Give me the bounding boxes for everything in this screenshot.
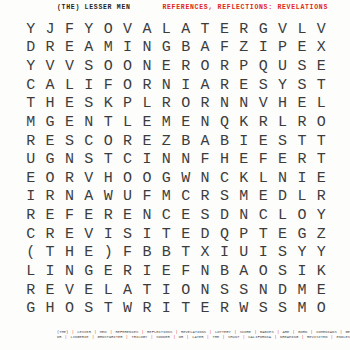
grid-cell: F (60, 20, 79, 39)
track-word: SOONER (156, 335, 170, 339)
grid-cell: O (118, 76, 137, 95)
grid-cell: N (254, 281, 273, 300)
grid-cell: G (157, 169, 176, 188)
grid-cell: R (60, 169, 79, 188)
grid-cell: E (312, 57, 331, 76)
track-word: LESSER (77, 330, 91, 334)
word-separator: | (138, 330, 147, 334)
grid-cell: I (157, 299, 176, 318)
track-word: MEN (100, 330, 107, 334)
grid-cell: S (234, 281, 253, 300)
grid-cell: I (99, 225, 118, 244)
grid-cell: S (118, 225, 137, 244)
grid-cell: W (118, 299, 137, 318)
grid-cell: J (40, 20, 59, 39)
grid-cell: R (21, 281, 40, 300)
grid-cell: E (137, 132, 156, 151)
grid-cell: R (234, 20, 253, 39)
grid-cell: N (234, 95, 253, 114)
grid-cell: ( (21, 244, 40, 263)
grid-cell: N (157, 150, 176, 169)
grid-cell: S (79, 299, 98, 318)
grid-cell: R (215, 299, 234, 318)
track-word: COMEDIANS (316, 330, 337, 334)
grid-cell: Q (254, 57, 273, 76)
grid-cell: N (157, 76, 176, 95)
grid-cell: H (60, 244, 79, 263)
grid-cell: T (137, 281, 156, 300)
grid-cell: W (176, 169, 195, 188)
grid-cell: E (118, 206, 137, 225)
grid-cell: R (195, 95, 214, 114)
grid-cell: L (254, 169, 273, 188)
grid-cell: R (118, 262, 137, 281)
grid-cell: T (40, 244, 59, 263)
grid-cell: L (21, 262, 40, 281)
footer-line-2: OR | LINGERIE | GHOSTWRITER | TRILOGY | … (57, 335, 347, 340)
grid-cell: I (79, 76, 98, 95)
grid-cell: N (60, 262, 79, 281)
grid-cell: N (137, 57, 156, 76)
grid-cell: C (118, 150, 137, 169)
grid-cell: I (215, 244, 234, 263)
grid-cell: V (79, 225, 98, 244)
grid-cell: C (21, 225, 40, 244)
grid-cell: I (176, 76, 195, 95)
grid-cell: E (60, 225, 79, 244)
grid-cell: T (99, 113, 118, 132)
grid-cell: A (79, 39, 98, 58)
grid-cell: Q (215, 113, 234, 132)
word-separator: | (170, 335, 179, 339)
grid-cell: P (234, 225, 253, 244)
grid-cell: E (60, 95, 79, 114)
grid-cell: S (273, 299, 292, 318)
grid-cell: K (234, 169, 253, 188)
grid-cell: T (157, 225, 176, 244)
grid-cell: L (292, 20, 311, 39)
grid-cell: F (176, 262, 195, 281)
grid-cell: I (234, 132, 253, 151)
grid-cell: I (292, 262, 311, 281)
grid-cell: G (21, 299, 40, 318)
word-separator: | (183, 335, 192, 339)
grid-cell: L (137, 95, 156, 114)
grid-cell: I (118, 39, 137, 58)
grid-cell: D (273, 281, 292, 300)
word-search-grid: YJFYOVALATERGVLVDREAMINGBAFZIPEXYVVSOONE… (21, 20, 331, 318)
grid-cell: Z (312, 225, 331, 244)
grid-cell: S (254, 299, 273, 318)
grid-cell: T (176, 244, 195, 263)
grid-cell: Y (312, 244, 331, 263)
grid-cell: F (118, 244, 137, 263)
grid-cell: T (254, 225, 273, 244)
grid-cell: B (215, 132, 234, 151)
grid-cell: S (273, 262, 292, 281)
grid-cell: E (215, 20, 234, 39)
grid-cell: E (292, 39, 311, 58)
grid-cell: F (195, 150, 214, 169)
grid-cell: S (215, 281, 234, 300)
grid-cell: E (312, 281, 331, 300)
grid-cell: C (79, 132, 98, 151)
grid-cell: V (312, 20, 331, 39)
word-separator: | (289, 330, 298, 334)
grid-cell: E (79, 206, 98, 225)
word-separator: | (172, 330, 181, 334)
word-separator: | (307, 330, 316, 334)
grid-cell: I (137, 225, 156, 244)
grid-cell: G (254, 20, 273, 39)
word-separator: | (68, 330, 77, 334)
grid-cell: U (234, 244, 253, 263)
word-separator: | (271, 335, 280, 339)
grid-cell: S (215, 188, 234, 207)
grid-cell: S (195, 206, 214, 225)
grid-cell: G (157, 39, 176, 58)
grid-cell: K (234, 113, 253, 132)
grid-cell: T (99, 150, 118, 169)
grid-cell: G (292, 225, 311, 244)
grid-cell: U (273, 57, 292, 76)
grid-cell: C (157, 206, 176, 225)
grid-cell: R (157, 95, 176, 114)
grid-cell: O (254, 262, 273, 281)
grid-cell: L (273, 113, 292, 132)
header: (THE) LESSER MEN REFERENCES, REFLECTIONS… (0, 4, 350, 14)
grid-cell: O (312, 299, 331, 318)
grid-cell: A (79, 188, 98, 207)
grid-cell: D (215, 206, 234, 225)
grid-cell: E (273, 225, 292, 244)
grid-cell: E (157, 57, 176, 76)
grid-cell: S (79, 150, 98, 169)
track-word: DREAMING (280, 335, 298, 339)
grid-cell: R (21, 132, 40, 151)
grid-cell: G (40, 113, 59, 132)
grid-cell: B (176, 132, 195, 151)
track-word: OR (57, 335, 62, 339)
grid-cell: N (273, 169, 292, 188)
grid-cell: L (118, 113, 137, 132)
grid-cell: R (215, 57, 234, 76)
grid-cell: Y (21, 57, 40, 76)
grid-cell: O (60, 299, 79, 318)
grid-cell: L (273, 206, 292, 225)
grid-cell: C (254, 206, 273, 225)
grid-cell: R (254, 113, 273, 132)
album-title: REFERENCES, REFLECTIONS: REVELATIONS (162, 4, 328, 11)
grid-cell: R (292, 150, 311, 169)
grid-cell: S (79, 95, 98, 114)
grid-cell: U (118, 188, 137, 207)
grid-cell: I (137, 150, 156, 169)
grid-cell: A (195, 132, 214, 151)
grid-cell: V (254, 95, 273, 114)
grid-cell: Y (292, 244, 311, 263)
grid-cell: Q (215, 225, 234, 244)
grid-cell: G (79, 262, 98, 281)
grid-cell: O (195, 57, 214, 76)
grid-cell: N (79, 113, 98, 132)
grid-cell: O (118, 169, 137, 188)
grid-cell: N (60, 188, 79, 207)
grid-cell: Z (157, 132, 176, 151)
grid-cell: N (195, 113, 214, 132)
grid-cell: E (60, 113, 79, 132)
grid-cell: N (137, 39, 156, 58)
word-separator: | (274, 330, 283, 334)
grid-cell: S (79, 57, 98, 76)
grid-cell: E (137, 113, 156, 132)
grid-cell: F (254, 150, 273, 169)
track-word: REVISITED (307, 335, 328, 339)
grid-cell: A (137, 20, 156, 39)
grid-cell: G (40, 150, 59, 169)
grid-cell: I (292, 169, 311, 188)
grid-cell: E (157, 262, 176, 281)
grid-cell: L (60, 76, 79, 95)
grid-cell: V (40, 57, 59, 76)
track-word: (THE) (57, 330, 68, 334)
grid-cell: N (176, 150, 195, 169)
grid-cell: H (273, 95, 292, 114)
grid-cell: L (312, 95, 331, 114)
track-word: BORN (298, 330, 307, 334)
grid-cell: B (137, 244, 156, 263)
word-separator: | (251, 330, 260, 334)
grid-cell: Z (234, 39, 253, 58)
grid-cell: R (21, 206, 40, 225)
word-separator: | (337, 330, 346, 334)
grid-cell: B (176, 39, 195, 58)
word-separator: | (91, 330, 100, 334)
grid-cell: A (234, 262, 253, 281)
grid-cell: E (60, 39, 79, 58)
grid-cell: N (60, 150, 79, 169)
grid-cell: P (118, 95, 137, 114)
grid-cell: I (40, 262, 59, 281)
word-separator: | (219, 335, 228, 339)
grid-cell: E (234, 76, 253, 95)
grid-cell: S (254, 76, 273, 95)
grid-cell: M (234, 188, 253, 207)
grid-cell: R (137, 76, 156, 95)
grid-cell: O (40, 169, 59, 188)
grid-cell: O (292, 206, 311, 225)
grid-cell: L (99, 281, 118, 300)
grid-cell: S (273, 132, 292, 151)
track-word: REFLECTIONS (147, 330, 172, 334)
grid-cell: H (215, 150, 234, 169)
grid-cell: K (99, 95, 118, 114)
grid-cell: ) (99, 244, 118, 263)
grid-cell: H (99, 169, 118, 188)
grid-cell: B (157, 244, 176, 263)
grid-cell: E (234, 150, 253, 169)
grid-cell: E (40, 132, 59, 151)
grid-cell: R (176, 57, 195, 76)
grid-cell: E (21, 169, 40, 188)
word-separator: | (298, 335, 307, 339)
grid-cell: M (292, 299, 311, 318)
grid-cell: C (176, 188, 195, 207)
grid-cell: E (312, 169, 331, 188)
grid-cell: T (176, 299, 195, 318)
track-word: LOTTERY (215, 330, 231, 334)
grid-cell: Y (79, 20, 98, 39)
grid-cell: T (195, 20, 214, 39)
grid-cell: V (79, 169, 98, 188)
word-separator: | (239, 335, 248, 339)
grid-cell: T (99, 299, 118, 318)
grid-cell: D (273, 188, 292, 207)
grid-cell: Y (273, 76, 292, 95)
grid-cell: E (99, 262, 118, 281)
track-word: SHUNT (228, 335, 239, 339)
grid-cell: M (21, 113, 40, 132)
grid-cell: Y (21, 20, 40, 39)
grid-cell: A (195, 39, 214, 58)
grid-cell: M (157, 188, 176, 207)
grid-cell: R (137, 299, 156, 318)
grid-cell: D (21, 39, 40, 58)
grid-cell: T (312, 76, 331, 95)
grid-cell: M (99, 39, 118, 58)
track-word: GENTLEMEN (346, 330, 350, 334)
grid-cell: S (60, 132, 79, 151)
grid-cell: E (40, 281, 59, 300)
grid-cell: E (79, 281, 98, 300)
grid-cell: X (195, 244, 214, 263)
grid-cell: R (99, 206, 118, 225)
track-word: LINGERIE (70, 335, 88, 339)
grid-cell: P (234, 57, 253, 76)
grid-cell: K (312, 262, 331, 281)
grid-cell: R (215, 76, 234, 95)
track-word: ENDLESS (336, 335, 350, 339)
grid-cell: M (292, 281, 311, 300)
grid-cell: R (118, 132, 137, 151)
grid-cell: M (157, 113, 176, 132)
grid-cell: I (21, 188, 40, 207)
grid-cell: C (21, 76, 40, 95)
grid-cell: N (195, 281, 214, 300)
grid-cell: S (292, 76, 311, 95)
grid-cell: O (137, 169, 156, 188)
grid-cell: W (99, 188, 118, 207)
grid-cell: N (195, 262, 214, 281)
grid-cell: I (254, 244, 273, 263)
grid-cell: I (254, 39, 273, 58)
grid-cell: R (312, 188, 331, 207)
word-separator: | (231, 330, 240, 334)
grid-cell: N (215, 95, 234, 114)
grid-cell: T (292, 132, 311, 151)
grid-cell: E (79, 244, 98, 263)
grid-cell: R (40, 39, 59, 58)
grid-cell: E (195, 299, 214, 318)
grid-cell: O (118, 57, 137, 76)
grid-cell: L (292, 188, 311, 207)
grid-cell: F (99, 76, 118, 95)
grid-cell: N (137, 206, 156, 225)
grid-cell: E (273, 150, 292, 169)
grid-cell: N (234, 206, 253, 225)
grid-cell: S (273, 244, 292, 263)
grid-cell: O (176, 281, 195, 300)
grid-cell: N (195, 169, 214, 188)
grid-cell: W (234, 299, 253, 318)
grid-cell: F (60, 206, 79, 225)
grid-cell: H (40, 299, 59, 318)
grid-cell: E (176, 206, 195, 225)
grid-cell: O (99, 20, 118, 39)
track-word: LATER (192, 335, 203, 339)
grid-cell: V (273, 20, 292, 39)
grid-cell: T (312, 132, 331, 151)
grid-cell: V (118, 20, 137, 39)
grid-cell: R (40, 188, 59, 207)
grid-cell: S (292, 57, 311, 76)
track-word: SCORE (240, 330, 251, 334)
grid-cell: R (40, 225, 59, 244)
grid-cell: B (215, 262, 234, 281)
grid-cell: O (312, 113, 331, 132)
grid-cell: E (40, 206, 59, 225)
grid-cell: F (215, 39, 234, 58)
grid-cell: A (118, 281, 137, 300)
track-word: REVELATIONS (181, 330, 206, 334)
grid-cell: I (137, 262, 156, 281)
grid-cell: H (40, 95, 59, 114)
grid-cell: A (176, 20, 195, 39)
grid-cell: V (60, 281, 79, 300)
track-word: GHOSTWRITER (97, 335, 122, 339)
grid-cell: X (312, 39, 331, 58)
track-word: REFERENCES (115, 330, 138, 334)
grid-cell: A (40, 76, 59, 95)
grid-cell: V (60, 57, 79, 76)
word-separator: | (147, 335, 156, 339)
grid-cell: E (176, 225, 195, 244)
word-separator: | (206, 330, 215, 334)
grid-cell: O (176, 95, 195, 114)
track-word: TRILOGY (131, 335, 147, 339)
grid-cell: T (21, 95, 40, 114)
grid-cell: E (254, 132, 273, 151)
grid-cell: D (195, 225, 214, 244)
grid-cell: E (292, 95, 311, 114)
grid-cell: O (99, 57, 118, 76)
artist-name: (THE) LESSER MEN (57, 4, 131, 11)
grid-cell: O (99, 132, 118, 151)
grid-cell: L (157, 20, 176, 39)
track-word: BABIES (260, 330, 274, 334)
grid-cell: P (273, 39, 292, 58)
grid-cell: U (21, 150, 40, 169)
grid-cell: R (292, 113, 311, 132)
grid-cell: T (312, 150, 331, 169)
grid-cell: A (195, 76, 214, 95)
grid-cell: I (157, 281, 176, 300)
grid-cell: E (254, 188, 273, 207)
album-cover-word-search: { "game": "word-search", "header": { "ar… (0, 0, 350, 350)
grid-cell: E (176, 113, 195, 132)
grid-cell: F (137, 188, 156, 207)
grid-cell: C (215, 169, 234, 188)
